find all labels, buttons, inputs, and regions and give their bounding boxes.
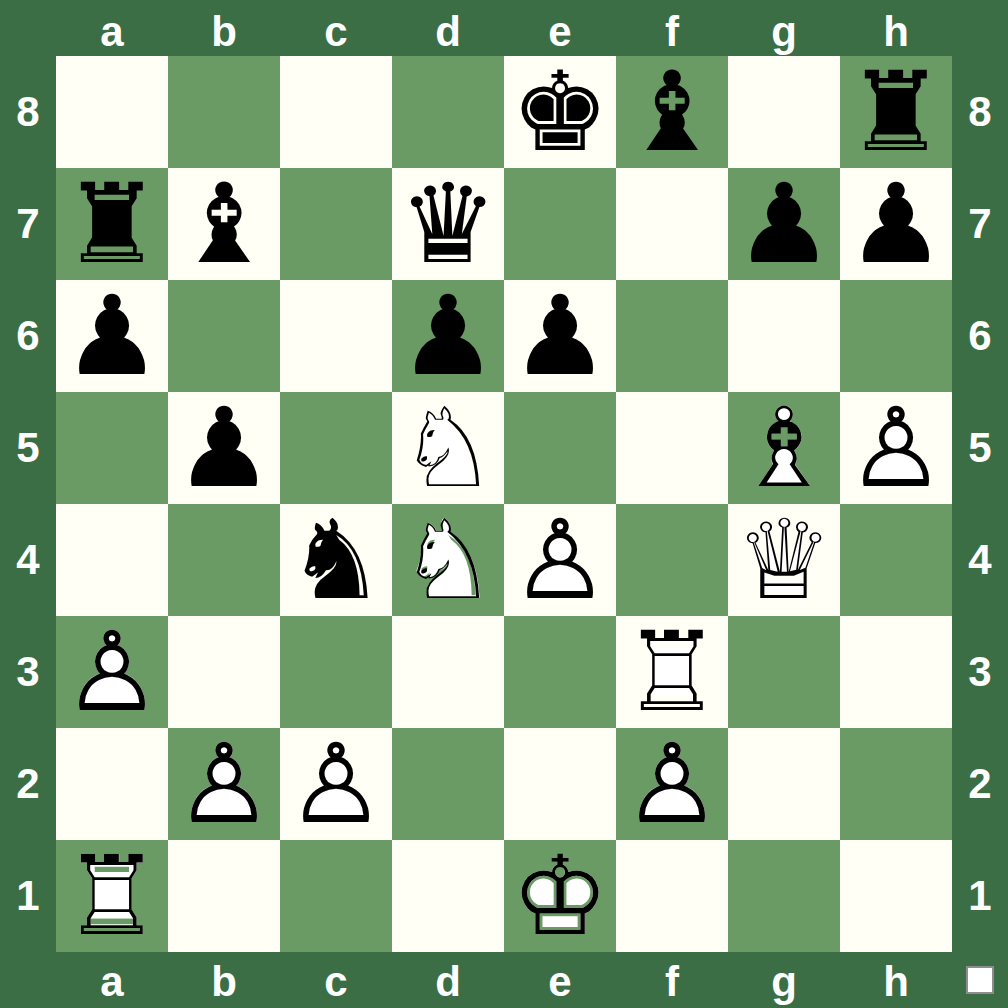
rank-label-left-1: 1 (0, 840, 56, 952)
piece-white-pawn[interactable]: ♟♙ (616, 728, 728, 840)
piece-white-pawn[interactable]: ♟♙ (280, 728, 392, 840)
piece-white-knight[interactable]: ♞♘ (392, 504, 504, 616)
white-pawn-outline-glyph: ♙ (280, 728, 392, 840)
white-knight-outline-glyph: ♘ (392, 392, 504, 504)
square-b8[interactable] (168, 56, 280, 168)
white-pawn-outline-glyph: ♙ (56, 616, 168, 728)
black-queen-glyph: ♛ (392, 168, 504, 280)
square-b5[interactable]: ♟ (168, 392, 280, 504)
white-rook-fill-glyph: ♜ (56, 840, 168, 952)
white-pawn-fill-glyph: ♟ (504, 504, 616, 616)
piece-white-rook[interactable]: ♜♖ (56, 840, 168, 952)
file-label-bottom-d: d (392, 952, 504, 1008)
square-c2[interactable]: ♟♙ (280, 728, 392, 840)
file-label-bottom-b: b (168, 952, 280, 1008)
square-g3[interactable] (728, 616, 840, 728)
piece-white-queen[interactable]: ♛♕ (728, 504, 840, 616)
square-a5[interactable] (56, 392, 168, 504)
white-rook-fill-glyph: ♜ (616, 616, 728, 728)
white-knight-fill-glyph: ♞ (392, 504, 504, 616)
file-label-bottom-a: a (56, 952, 168, 1008)
piece-white-king[interactable]: ♚♔ (504, 840, 616, 952)
rank-label-left-5: 5 (0, 392, 56, 504)
file-labels-top: abcdefgh (56, 0, 952, 56)
white-king-outline-glyph: ♔ (504, 840, 616, 952)
black-king-glyph: ♚ (504, 56, 616, 168)
rank-label-right-1: 1 (952, 840, 1008, 952)
rank-label-right-2: 2 (952, 728, 1008, 840)
square-d1[interactable] (392, 840, 504, 952)
file-label-bottom-g: g (728, 952, 840, 1008)
rank-label-right-8: 8 (952, 56, 1008, 168)
file-label-bottom-f: f (616, 952, 728, 1008)
square-h5[interactable]: ♟♙ (840, 392, 952, 504)
file-label-top-c: c (280, 0, 392, 56)
square-d5[interactable]: ♞♘ (392, 392, 504, 504)
square-d6[interactable]: ♟ (392, 280, 504, 392)
square-e4[interactable]: ♟♙ (504, 504, 616, 616)
white-rook-outline-glyph: ♖ (56, 840, 168, 952)
square-f3[interactable]: ♜♖ (616, 616, 728, 728)
white-pawn-outline-glyph: ♙ (616, 728, 728, 840)
square-h7[interactable]: ♟ (840, 168, 952, 280)
piece-black-rook[interactable]: ♜ (56, 168, 168, 280)
white-pawn-fill-glyph: ♟ (280, 728, 392, 840)
square-g5[interactable]: ♝♗ (728, 392, 840, 504)
square-a4[interactable] (56, 504, 168, 616)
square-f5[interactable] (616, 392, 728, 504)
file-labels-bottom: abcdefgh (56, 952, 952, 1008)
piece-white-bishop[interactable]: ♝♗ (728, 392, 840, 504)
square-e1[interactable]: ♚♔ (504, 840, 616, 952)
piece-black-bishop[interactable]: ♝ (616, 56, 728, 168)
rank-labels-left: 87654321 (0, 56, 56, 952)
rank-label-left-8: 8 (0, 56, 56, 168)
square-a3[interactable]: ♟♙ (56, 616, 168, 728)
square-h1[interactable] (840, 840, 952, 952)
square-e3[interactable] (504, 616, 616, 728)
file-label-top-g: g (728, 0, 840, 56)
black-bishop-glyph: ♝ (616, 56, 728, 168)
square-c4[interactable]: ♞ (280, 504, 392, 616)
piece-white-rook[interactable]: ♜♖ (616, 616, 728, 728)
black-pawn-glyph: ♟ (168, 392, 280, 504)
chess-board: ♚♝♜♜♝♛♟♟♟♟♟♟♞♘♝♗♟♙♞♞♘♟♙♛♕♟♙♜♖♟♙♟♙♟♙♜♖♚♔ (56, 56, 952, 952)
square-h4[interactable] (840, 504, 952, 616)
piece-black-king[interactable]: ♚ (504, 56, 616, 168)
rank-label-right-4: 4 (952, 504, 1008, 616)
white-queen-fill-glyph: ♛ (728, 504, 840, 616)
piece-black-pawn[interactable]: ♟ (56, 280, 168, 392)
white-pawn-fill-glyph: ♟ (840, 392, 952, 504)
square-c5[interactable] (280, 392, 392, 504)
rank-label-right-5: 5 (952, 392, 1008, 504)
square-f7[interactable] (616, 168, 728, 280)
square-g4[interactable]: ♛♕ (728, 504, 840, 616)
square-b2[interactable]: ♟♙ (168, 728, 280, 840)
black-pawn-glyph: ♟ (56, 280, 168, 392)
chess-board-frame: abcdefgh abcdefgh 87654321 87654321 ♚♝♜♜… (0, 0, 1008, 1008)
rank-label-left-4: 4 (0, 504, 56, 616)
square-e5[interactable] (504, 392, 616, 504)
white-pawn-outline-glyph: ♙ (504, 504, 616, 616)
file-label-top-d: d (392, 0, 504, 56)
square-d3[interactable] (392, 616, 504, 728)
square-g7[interactable]: ♟ (728, 168, 840, 280)
white-bishop-outline-glyph: ♗ (728, 392, 840, 504)
piece-white-pawn[interactable]: ♟♙ (56, 616, 168, 728)
file-label-top-b: b (168, 0, 280, 56)
rank-label-left-7: 7 (0, 168, 56, 280)
square-g1[interactable] (728, 840, 840, 952)
square-c1[interactable] (280, 840, 392, 952)
rank-label-left-2: 2 (0, 728, 56, 840)
white-pawn-fill-glyph: ♟ (168, 728, 280, 840)
black-pawn-glyph: ♟ (728, 168, 840, 280)
square-b6[interactable] (168, 280, 280, 392)
square-c6[interactable] (280, 280, 392, 392)
square-d4[interactable]: ♞♘ (392, 504, 504, 616)
square-g8[interactable] (728, 56, 840, 168)
square-a8[interactable] (56, 56, 168, 168)
white-rook-outline-glyph: ♖ (616, 616, 728, 728)
file-label-top-f: f (616, 0, 728, 56)
piece-black-bishop[interactable]: ♝ (168, 168, 280, 280)
piece-black-knight[interactable]: ♞ (280, 504, 392, 616)
piece-white-pawn[interactable]: ♟♙ (840, 392, 952, 504)
square-f8[interactable]: ♝ (616, 56, 728, 168)
turn-indicator-white-to-move (966, 966, 994, 994)
rank-label-left-3: 3 (0, 616, 56, 728)
square-e7[interactable] (504, 168, 616, 280)
square-c8[interactable] (280, 56, 392, 168)
piece-black-rook[interactable]: ♜ (840, 56, 952, 168)
piece-black-queen[interactable]: ♛ (392, 168, 504, 280)
square-h6[interactable] (840, 280, 952, 392)
piece-white-pawn[interactable]: ♟♙ (504, 504, 616, 616)
rank-label-right-6: 6 (952, 280, 1008, 392)
square-g6[interactable] (728, 280, 840, 392)
black-pawn-glyph: ♟ (840, 168, 952, 280)
file-label-bottom-e: e (504, 952, 616, 1008)
black-rook-glyph: ♜ (56, 168, 168, 280)
piece-white-pawn[interactable]: ♟♙ (168, 728, 280, 840)
file-label-top-a: a (56, 0, 168, 56)
file-label-bottom-h: h (840, 952, 952, 1008)
square-e2[interactable] (504, 728, 616, 840)
file-label-bottom-c: c (280, 952, 392, 1008)
rank-label-right-3: 3 (952, 616, 1008, 728)
square-e8[interactable]: ♚ (504, 56, 616, 168)
white-pawn-outline-glyph: ♙ (840, 392, 952, 504)
piece-black-pawn[interactable]: ♟ (504, 280, 616, 392)
square-b3[interactable] (168, 616, 280, 728)
piece-black-pawn[interactable]: ♟ (840, 168, 952, 280)
square-a7[interactable]: ♜ (56, 168, 168, 280)
piece-black-pawn[interactable]: ♟ (728, 168, 840, 280)
white-knight-fill-glyph: ♞ (392, 392, 504, 504)
white-queen-outline-glyph: ♕ (728, 504, 840, 616)
rank-labels-right: 87654321 (952, 56, 1008, 952)
piece-black-pawn[interactable]: ♟ (392, 280, 504, 392)
piece-black-pawn[interactable]: ♟ (168, 392, 280, 504)
black-pawn-glyph: ♟ (392, 280, 504, 392)
square-d2[interactable] (392, 728, 504, 840)
square-a1[interactable]: ♜♖ (56, 840, 168, 952)
square-c7[interactable] (280, 168, 392, 280)
white-bishop-fill-glyph: ♝ (728, 392, 840, 504)
square-h8[interactable]: ♜ (840, 56, 952, 168)
piece-white-knight[interactable]: ♞♘ (392, 392, 504, 504)
white-knight-outline-glyph: ♘ (392, 504, 504, 616)
file-label-top-h: h (840, 0, 952, 56)
square-h2[interactable] (840, 728, 952, 840)
rank-label-right-7: 7 (952, 168, 1008, 280)
square-a6[interactable]: ♟ (56, 280, 168, 392)
square-f6[interactable] (616, 280, 728, 392)
square-f4[interactable] (616, 504, 728, 616)
square-f2[interactable]: ♟♙ (616, 728, 728, 840)
square-f1[interactable] (616, 840, 728, 952)
square-b4[interactable] (168, 504, 280, 616)
square-b7[interactable]: ♝ (168, 168, 280, 280)
square-b1[interactable] (168, 840, 280, 952)
square-e6[interactable]: ♟ (504, 280, 616, 392)
square-a2[interactable] (56, 728, 168, 840)
black-knight-glyph: ♞ (280, 504, 392, 616)
white-pawn-fill-glyph: ♟ (56, 616, 168, 728)
black-rook-glyph: ♜ (840, 56, 952, 168)
square-h3[interactable] (840, 616, 952, 728)
square-g2[interactable] (728, 728, 840, 840)
file-label-top-e: e (504, 0, 616, 56)
square-d7[interactable]: ♛ (392, 168, 504, 280)
white-king-fill-glyph: ♚ (504, 840, 616, 952)
square-d8[interactable] (392, 56, 504, 168)
square-c3[interactable] (280, 616, 392, 728)
white-pawn-fill-glyph: ♟ (616, 728, 728, 840)
black-pawn-glyph: ♟ (504, 280, 616, 392)
rank-label-left-6: 6 (0, 280, 56, 392)
black-bishop-glyph: ♝ (168, 168, 280, 280)
white-pawn-outline-glyph: ♙ (168, 728, 280, 840)
